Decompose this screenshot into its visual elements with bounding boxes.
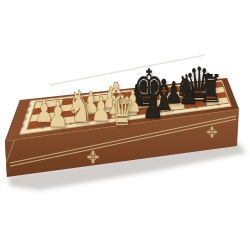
file-label: G (195, 107, 198, 110)
product-photo: 4321ABCDEFGH ♟♛♜♟♞♟♚♟♝♟♝♟♟♟♞♛♟ (0, 0, 250, 250)
file-label: H (217, 104, 220, 107)
file-label: E (148, 113, 151, 116)
file-label: D (123, 117, 126, 121)
file-label: C (97, 120, 100, 124)
file-label: F (172, 110, 175, 113)
background-seam-line (50, 55, 205, 85)
